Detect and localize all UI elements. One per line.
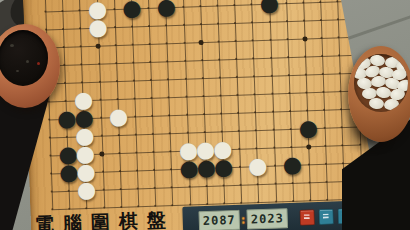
- sensor-dot: [185, 96, 187, 98]
- sensor-dot: [289, 128, 291, 130]
- sensor-dot: [271, 93, 273, 95]
- sensor-dot: [118, 152, 120, 154]
- black-stone: ●: [59, 163, 78, 182]
- black-stone-bowl: [0, 24, 60, 108]
- sensor-dot: [217, 22, 219, 24]
- sensor-dot: [116, 98, 118, 100]
- sensor-dot: [219, 94, 221, 96]
- sensor-dot: [102, 171, 104, 173]
- board-title: 電腦圍棋盤: [34, 207, 175, 230]
- sensor-dot: [199, 5, 201, 7]
- sensor-dot: [99, 99, 101, 101]
- sensor-dot: [272, 111, 274, 113]
- sensor-dot: [205, 185, 207, 187]
- black-stone: ●: [57, 110, 76, 129]
- stone-glint: [26, 60, 29, 63]
- star-point: [96, 43, 101, 48]
- white-stone: ●: [248, 157, 267, 176]
- clock-right-display: 2023: [247, 208, 289, 229]
- sensor-dot: [189, 204, 191, 206]
- sensor-dot: [218, 58, 220, 60]
- sensor-dot: [272, 129, 274, 131]
- sensor-dot: [201, 59, 203, 61]
- sensor-dot: [100, 135, 102, 137]
- star-point: [99, 151, 104, 156]
- sensor-dot: [116, 80, 118, 82]
- sensor-dot: [114, 26, 116, 28]
- sensor-dot: [133, 97, 135, 99]
- sensor-dot: [114, 44, 116, 46]
- sensor-dot: [186, 132, 188, 134]
- sensor-dot: [202, 95, 204, 97]
- sensor-dot: [286, 20, 288, 22]
- sensor-dot: [270, 75, 272, 77]
- sensor-dot: [186, 114, 188, 116]
- sensor-dot: [137, 187, 139, 189]
- sensor-dot: [292, 200, 294, 202]
- sensor-dot: [120, 206, 122, 208]
- black-stone: ●: [122, 0, 141, 18]
- star-point: [302, 36, 307, 41]
- sensor-dot: [220, 112, 222, 114]
- sensor-dot: [288, 92, 290, 94]
- sensor-dot: [51, 190, 53, 192]
- sensor-dot: [203, 113, 205, 115]
- sensor-dot: [137, 205, 139, 207]
- sensor-dot: [291, 182, 293, 184]
- sensor-dot: [203, 131, 205, 133]
- bowl-white-stones: [354, 54, 408, 112]
- sensor-dot: [98, 63, 100, 65]
- sensor-dot: [135, 133, 137, 135]
- star-point: [306, 144, 311, 149]
- sensor-dot: [274, 183, 276, 185]
- sensor-dot: [305, 73, 307, 75]
- sensor-dot: [48, 118, 50, 120]
- white-stone: ●: [88, 18, 107, 37]
- sensor-dot: [182, 24, 184, 26]
- sensor-dot: [119, 188, 121, 190]
- sensor-dot: [132, 61, 134, 63]
- sensor-dot: [103, 207, 105, 209]
- stone-glint: [10, 44, 14, 47]
- teal-button-1[interactable]: [318, 208, 334, 225]
- sensor-dot: [184, 60, 186, 62]
- bowl-white-stone: [368, 97, 384, 110]
- red-button[interactable]: [299, 209, 315, 226]
- grid-vertical-line: [268, 0, 277, 202]
- sensor-dot: [221, 130, 223, 132]
- white-stone: ●: [74, 91, 93, 110]
- sensor-dot: [223, 184, 225, 186]
- sensor-dot: [216, 4, 218, 6]
- sensor-dot: [136, 169, 138, 171]
- stone-glint: [16, 70, 19, 72]
- sensor-dot: [219, 76, 221, 78]
- sensor-dot: [268, 21, 270, 23]
- grid-vertical-line: [320, 0, 329, 200]
- sensor-dot: [303, 19, 305, 21]
- sensor-dot: [270, 57, 272, 59]
- sensor-dot: [131, 25, 133, 27]
- bowl-mark: [37, 62, 40, 65]
- white-stone: ●: [213, 140, 232, 159]
- sensor-dot: [202, 77, 204, 79]
- go-board: ●●●●●●●●●●●●●●●●●●●●●●●● 電腦圍棋盤 2087 : 20…: [23, 0, 386, 230]
- sensor-dot: [98, 81, 100, 83]
- sensor-dot: [306, 109, 308, 111]
- sensor-dot: [288, 74, 290, 76]
- sensor-dot: [113, 8, 115, 10]
- sensor-dot: [287, 56, 289, 58]
- sensor-dot: [273, 147, 275, 149]
- sensor-dot: [218, 40, 220, 42]
- sensor-dot: [302, 1, 304, 3]
- sensor-dot: [275, 201, 277, 203]
- sensor-dot: [134, 115, 136, 117]
- game-clock-panel: 2087 : 2023: [182, 201, 363, 230]
- sensor-dot: [50, 172, 52, 174]
- sensor-dot: [115, 62, 117, 64]
- white-stone: ●: [109, 108, 128, 127]
- black-stone: ●: [298, 119, 317, 138]
- sensor-dot: [44, 10, 46, 12]
- sensor-dot: [354, 0, 356, 2]
- sensor-dot: [118, 134, 120, 136]
- sensor-dot: [200, 23, 202, 25]
- black-stone: ●: [260, 0, 279, 13]
- star-point: [199, 39, 204, 44]
- sensor-dot: [132, 43, 134, 45]
- sensor-dot: [286, 38, 288, 40]
- white-stone: ●: [196, 141, 215, 160]
- sensor-dot: [133, 79, 135, 81]
- sensor-dot: [188, 186, 190, 188]
- white-stone: ●: [179, 141, 198, 160]
- sensor-dot: [183, 42, 185, 44]
- grid-vertical-line: [303, 0, 312, 200]
- black-stone: ●: [156, 0, 175, 17]
- sensor-dot: [206, 203, 208, 205]
- sensor-dot: [308, 163, 310, 165]
- sensor-dot: [182, 6, 184, 8]
- clock-left-display: 2087: [198, 209, 240, 230]
- sensor-dot: [184, 78, 186, 80]
- photo-scene: ●●●●●●●●●●●●●●●●●●●●●●●● 電腦圍棋盤 2087 : 20…: [0, 0, 410, 230]
- sensor-dot: [135, 151, 137, 153]
- white-stone-bowl: [348, 46, 410, 142]
- sensor-dot: [309, 199, 311, 201]
- sensor-dot: [273, 165, 275, 167]
- sensor-dot: [289, 110, 291, 112]
- sensor-dot: [290, 146, 292, 148]
- sensor-dot: [100, 117, 102, 119]
- grid-vertical-line: [165, 0, 174, 205]
- sensor-dot: [269, 39, 271, 41]
- sensor-dot: [102, 189, 104, 191]
- sensor-dot: [223, 202, 225, 204]
- sensor-dot: [49, 136, 51, 138]
- sensor-dot: [304, 55, 306, 57]
- sensor-dot: [285, 2, 287, 4]
- sensor-dot: [308, 181, 310, 183]
- sensor-dot: [49, 154, 51, 156]
- sensor-dot: [354, 18, 356, 20]
- black-stone: ●: [282, 156, 301, 175]
- bowl-black-stones: [0, 30, 48, 86]
- white-stone: ●: [77, 181, 96, 200]
- grid-vertical-line: [234, 0, 243, 203]
- sensor-dot: [305, 91, 307, 93]
- grid-vertical-line: [131, 0, 140, 206]
- sensor-dot: [119, 170, 121, 172]
- sensor-dot: [51, 208, 53, 210]
- grid-vertical-line: [148, 0, 157, 206]
